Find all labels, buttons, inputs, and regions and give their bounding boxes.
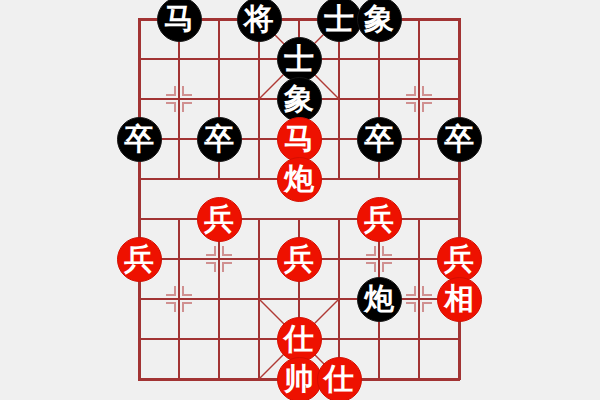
piece-black-soldier[interactable]: 卒	[357, 117, 402, 162]
piece-black-soldier[interactable]: 卒	[437, 117, 482, 162]
piece-black-advisor[interactable]: 士	[277, 37, 322, 82]
piece-black-elephant[interactable]: 象	[357, 0, 402, 42]
piece-red-soldier[interactable]: 兵	[277, 237, 322, 282]
piece-black-soldier[interactable]: 卒	[117, 117, 162, 162]
piece-black-soldier[interactable]: 卒	[197, 117, 242, 162]
piece-black-cannon[interactable]: 炮	[357, 277, 402, 322]
piece-red-advisor[interactable]: 仕	[317, 357, 362, 400]
piece-red-horse[interactable]: 马	[277, 117, 322, 162]
piece-black-horse[interactable]: 马	[157, 0, 202, 42]
piece-red-cannon[interactable]: 炮	[277, 157, 322, 202]
piece-red-advisor[interactable]: 仕	[277, 317, 322, 362]
pieces-layer: 马将士象士象卒卒马卒卒炮兵兵兵兵兵炮相仕帅仕	[119, 0, 479, 399]
piece-red-soldier[interactable]: 兵	[117, 237, 162, 282]
piece-black-advisor[interactable]: 士	[317, 0, 362, 42]
piece-black-elephant[interactable]: 象	[277, 77, 322, 122]
piece-red-soldier[interactable]: 兵	[197, 197, 242, 242]
piece-red-general[interactable]: 帅	[277, 357, 322, 400]
xiangqi-board: 马将士象士象卒卒马卒卒炮兵兵兵兵兵炮相仕帅仕	[0, 0, 600, 400]
piece-red-soldier[interactable]: 兵	[357, 197, 402, 242]
piece-red-soldier[interactable]: 兵	[437, 237, 482, 282]
piece-black-general[interactable]: 将	[237, 0, 282, 42]
piece-red-elephant[interactable]: 相	[437, 277, 482, 322]
